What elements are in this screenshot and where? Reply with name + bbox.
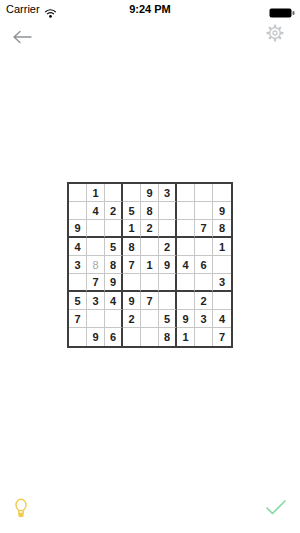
cell-r2c5[interactable]: 8 xyxy=(141,202,159,220)
cell-r4c5[interactable] xyxy=(141,238,159,256)
cell-r8c6[interactable]: 5 xyxy=(159,310,177,328)
gear-icon[interactable] xyxy=(266,24,288,44)
cell-r8c5[interactable] xyxy=(141,310,159,328)
cell-r9c5[interactable] xyxy=(141,328,159,346)
cell-r3c4[interactable]: 1 xyxy=(123,220,141,238)
cell-r6c8[interactable] xyxy=(195,274,213,292)
cell-r1c6[interactable]: 3 xyxy=(159,184,177,202)
cell-r6c4[interactable] xyxy=(123,274,141,292)
cell-r5c8[interactable]: 6 xyxy=(195,256,213,274)
cell-r3c1[interactable]: 9 xyxy=(69,220,87,238)
cell-r9c2[interactable]: 9 xyxy=(87,328,105,346)
cell-r9c4[interactable] xyxy=(123,328,141,346)
cell-r9c8[interactable] xyxy=(195,328,213,346)
cell-r4c4[interactable]: 8 xyxy=(123,238,141,256)
cell-r9c3[interactable]: 6 xyxy=(105,328,123,346)
lightbulb-hint-icon[interactable] xyxy=(12,497,32,521)
cell-r4c8[interactable] xyxy=(195,238,213,256)
cell-r3c3[interactable] xyxy=(105,220,123,238)
cell-r5c7[interactable]: 4 xyxy=(177,256,195,274)
cell-r5c1[interactable]: 3 xyxy=(69,256,87,274)
cell-r1c4[interactable] xyxy=(123,184,141,202)
checkmark-icon[interactable] xyxy=(265,499,289,519)
cell-r4c3[interactable]: 5 xyxy=(105,238,123,256)
status-bar: Carrier 9:24 PM xyxy=(0,0,300,18)
cell-r8c2[interactable] xyxy=(87,310,105,328)
cell-r6c5[interactable] xyxy=(141,274,159,292)
cell-r9c6[interactable]: 8 xyxy=(159,328,177,346)
cell-r4c6[interactable]: 2 xyxy=(159,238,177,256)
cell-r7c2[interactable]: 3 xyxy=(87,292,105,310)
cell-r4c7[interactable] xyxy=(177,238,195,256)
cell-r3c9[interactable]: 8 xyxy=(213,220,231,238)
cell-r7c6[interactable] xyxy=(159,292,177,310)
cell-r4c2[interactable] xyxy=(87,238,105,256)
cell-r7c5[interactable]: 7 xyxy=(141,292,159,310)
cell-r7c4[interactable]: 9 xyxy=(123,292,141,310)
cell-r2c1[interactable] xyxy=(69,202,87,220)
cell-r4c1[interactable]: 4 xyxy=(69,238,87,256)
cell-r6c2[interactable]: 7 xyxy=(87,274,105,292)
cell-r5c9[interactable] xyxy=(213,256,231,274)
cell-r6c1[interactable] xyxy=(69,274,87,292)
cell-r6c3[interactable]: 9 xyxy=(105,274,123,292)
cell-r7c1[interactable]: 5 xyxy=(69,292,87,310)
cell-r7c8[interactable]: 2 xyxy=(195,292,213,310)
cell-r5c6[interactable]: 9 xyxy=(159,256,177,274)
cell-r7c3[interactable]: 4 xyxy=(105,292,123,310)
cell-r1c5[interactable]: 9 xyxy=(141,184,159,202)
cell-r1c2[interactable]: 1 xyxy=(87,184,105,202)
cell-r5c2[interactable]: 8 xyxy=(87,256,105,274)
cell-r6c6[interactable] xyxy=(159,274,177,292)
cell-r3c8[interactable]: 7 xyxy=(195,220,213,238)
cell-r8c3[interactable] xyxy=(105,310,123,328)
cell-r5c4[interactable]: 7 xyxy=(123,256,141,274)
clock: 9:24 PM xyxy=(0,3,300,15)
cell-r2c4[interactable]: 5 xyxy=(123,202,141,220)
battery-icon xyxy=(269,4,295,22)
cell-r1c9[interactable] xyxy=(213,184,231,202)
cell-r9c9[interactable]: 7 xyxy=(213,328,231,346)
cell-r8c4[interactable]: 2 xyxy=(123,310,141,328)
cell-r2c7[interactable] xyxy=(177,202,195,220)
cell-r7c7[interactable] xyxy=(177,292,195,310)
cell-r3c2[interactable] xyxy=(87,220,105,238)
cell-r4c9[interactable]: 1 xyxy=(213,238,231,256)
cell-r6c9[interactable]: 3 xyxy=(213,274,231,292)
cell-r3c6[interactable] xyxy=(159,220,177,238)
cell-r1c8[interactable] xyxy=(195,184,213,202)
cell-r1c1[interactable] xyxy=(69,184,87,202)
cell-r9c7[interactable]: 1 xyxy=(177,328,195,346)
cell-r5c5[interactable]: 1 xyxy=(141,256,159,274)
cell-r2c6[interactable] xyxy=(159,202,177,220)
cell-r2c3[interactable]: 2 xyxy=(105,202,123,220)
cell-r6c7[interactable] xyxy=(177,274,195,292)
cell-r8c7[interactable]: 9 xyxy=(177,310,195,328)
cell-r7c9[interactable] xyxy=(213,292,231,310)
sudoku-board: 1934258991278458213887194679353497272593… xyxy=(67,182,233,348)
cell-r2c8[interactable] xyxy=(195,202,213,220)
back-button[interactable] xyxy=(11,29,35,49)
cell-r9c1[interactable] xyxy=(69,328,87,346)
cell-r8c8[interactable]: 3 xyxy=(195,310,213,328)
cell-r3c7[interactable] xyxy=(177,220,195,238)
cell-r8c9[interactable]: 4 xyxy=(213,310,231,328)
cell-r2c2[interactable]: 4 xyxy=(87,202,105,220)
cell-r3c5[interactable]: 2 xyxy=(141,220,159,238)
cell-r5c3[interactable]: 8 xyxy=(105,256,123,274)
cell-r1c7[interactable] xyxy=(177,184,195,202)
cell-r8c1[interactable]: 7 xyxy=(69,310,87,328)
cell-r1c3[interactable] xyxy=(105,184,123,202)
cell-r2c9[interactable]: 9 xyxy=(213,202,231,220)
